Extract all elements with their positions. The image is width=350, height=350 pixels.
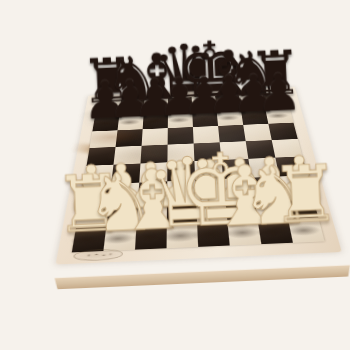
chess-set-photo: chess ♜♞♝♛♚♝♞♜♟♟♟♟♟♟♟♟♟♟♟♟♟♟♟♟♜♞♝♛♚♝♞♜	[0, 0, 350, 350]
photo-rotation-wrapper: ♜♞♝♛♚♝♞♜♟♟♟♟♟♟♟♟♟♟♟♟♟♟♟♟♜♞♝♛♚♝♞♜	[0, 0, 350, 350]
perspective-scene: ♜♞♝♛♚♝♞♜♟♟♟♟♟♟♟♟♟♟♟♟♟♟♟♟♜♞♝♛♚♝♞♜	[0, 0, 350, 350]
white-rook-glyph: ♜	[268, 154, 340, 235]
game-caption: chess	[0, 0, 1, 1]
pieces-layer: ♜♞♝♛♚♝♞♜♟♟♟♟♟♟♟♟♟♟♟♟♟♟♟♟♜♞♝♛♚♝♞♜	[72, 93, 325, 252]
black-pawn-glyph: ♟	[250, 66, 307, 120]
chess-board[interactable]: ♜♞♝♛♚♝♞♜♟♟♟♟♟♟♟♟♟♟♟♟♟♟♟♟♜♞♝♛♚♝♞♜	[56, 87, 342, 265]
